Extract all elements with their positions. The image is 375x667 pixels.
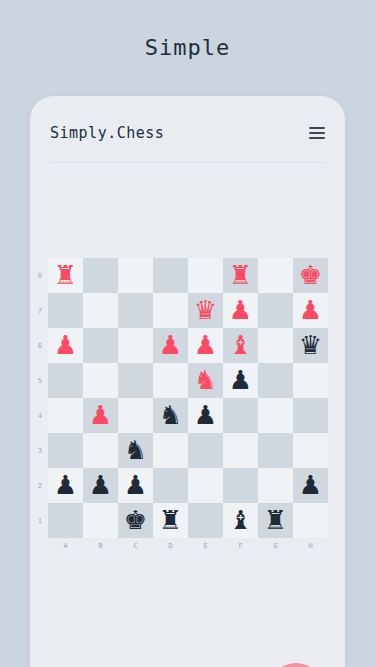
file-label-c: C (118, 542, 153, 550)
square-d4[interactable]: ♞ (153, 398, 188, 433)
square-g3[interactable] (258, 433, 293, 468)
square-f1[interactable]: ♝ (223, 503, 258, 538)
square-f3[interactable] (223, 433, 258, 468)
square-e7[interactable]: ♛ (188, 293, 223, 328)
square-h4[interactable] (293, 398, 328, 433)
square-e8[interactable] (188, 258, 223, 293)
card-header: Simply.Chess (30, 96, 345, 142)
piece-black-pawn: ♟ (54, 472, 77, 498)
square-f2[interactable] (223, 468, 258, 503)
file-label-e: E (188, 542, 223, 550)
piece-pink-bishop: ♝ (229, 332, 252, 358)
square-f4[interactable] (223, 398, 258, 433)
square-h7[interactable]: ♟ (293, 293, 328, 328)
piece-pink-pawn: ♟ (54, 332, 77, 358)
square-g7[interactable] (258, 293, 293, 328)
square-e4[interactable]: ♟ (188, 398, 223, 433)
rank-labels: 87654321 (30, 258, 48, 538)
piece-black-queen: ♛ (299, 332, 322, 358)
app-title: Simply.Chess (50, 124, 164, 142)
rank-label-4: 4 (30, 398, 48, 433)
square-c4[interactable] (118, 398, 153, 433)
square-e6[interactable]: ♟ (188, 328, 223, 363)
piece-black-pawn: ♟ (229, 367, 252, 393)
square-e5[interactable]: ♞ (188, 363, 223, 398)
square-f5[interactable]: ♟ (223, 363, 258, 398)
square-c8[interactable] (118, 258, 153, 293)
rank-label-5: 5 (30, 363, 48, 398)
square-d2[interactable] (153, 468, 188, 503)
piece-black-pawn: ♟ (299, 472, 322, 498)
game-card: Simply.Chess 87654321 ♜♜♚♛♟♟♟♟♟♝♛♞♟♟♞♟♞♟… (30, 96, 345, 667)
square-d7[interactable] (153, 293, 188, 328)
header-divider (50, 162, 325, 163)
piece-black-pawn: ♟ (89, 472, 112, 498)
chess-board-block: 87654321 ♜♜♚♛♟♟♟♟♟♝♛♞♟♟♞♟♞♟♟♟♟♚♜♝♜ (30, 258, 328, 538)
file-label-g: G (258, 542, 293, 550)
rank-label-2: 2 (30, 468, 48, 503)
file-label-h: H (293, 542, 328, 550)
square-a4[interactable] (48, 398, 83, 433)
file-label-a: A (48, 542, 83, 550)
square-f6[interactable]: ♝ (223, 328, 258, 363)
piece-pink-pawn: ♟ (299, 297, 322, 323)
piece-pink-knight: ♞ (194, 367, 217, 393)
rank-label-6: 6 (30, 328, 48, 363)
square-a7[interactable] (48, 293, 83, 328)
file-label-d: D (153, 542, 188, 550)
square-b3[interactable] (83, 433, 118, 468)
piece-black-pawn: ♟ (124, 472, 147, 498)
square-b8[interactable] (83, 258, 118, 293)
piece-pink-pawn: ♟ (194, 332, 217, 358)
square-e1[interactable] (188, 503, 223, 538)
file-label-b: B (83, 542, 118, 550)
piece-pink-king: ♚ (299, 262, 322, 288)
square-c2[interactable]: ♟ (118, 468, 153, 503)
chess-board: ♜♜♚♛♟♟♟♟♟♝♛♞♟♟♞♟♞♟♟♟♟♚♜♝♜ (48, 258, 328, 538)
square-b5[interactable] (83, 363, 118, 398)
square-b2[interactable]: ♟ (83, 468, 118, 503)
page-title: Simple (0, 0, 375, 60)
hamburger-menu-icon[interactable] (309, 127, 325, 139)
piece-pink-pawn: ♟ (229, 297, 252, 323)
square-g2[interactable] (258, 468, 293, 503)
piece-pink-pawn: ♟ (159, 332, 182, 358)
square-g8[interactable] (258, 258, 293, 293)
square-d1[interactable]: ♜ (153, 503, 188, 538)
square-a2[interactable]: ♟ (48, 468, 83, 503)
square-h8[interactable]: ♚ (293, 258, 328, 293)
piece-black-rook: ♜ (159, 507, 182, 533)
square-d5[interactable] (153, 363, 188, 398)
square-b6[interactable] (83, 328, 118, 363)
square-d8[interactable] (153, 258, 188, 293)
square-c1[interactable]: ♚ (118, 503, 153, 538)
square-h5[interactable] (293, 363, 328, 398)
piece-pink-pawn: ♟ (89, 402, 112, 428)
square-a1[interactable] (48, 503, 83, 538)
square-h2[interactable]: ♟ (293, 468, 328, 503)
square-c5[interactable] (118, 363, 153, 398)
square-e2[interactable] (188, 468, 223, 503)
square-d6[interactable]: ♟ (153, 328, 188, 363)
square-e3[interactable] (188, 433, 223, 468)
piece-black-knight: ♞ (159, 402, 182, 428)
square-b1[interactable] (83, 503, 118, 538)
piece-black-king: ♚ (124, 507, 147, 533)
square-f8[interactable]: ♜ (223, 258, 258, 293)
square-c6[interactable] (118, 328, 153, 363)
square-h6[interactable]: ♛ (293, 328, 328, 363)
rank-label-7: 7 (30, 293, 48, 328)
square-f7[interactable]: ♟ (223, 293, 258, 328)
square-a8[interactable]: ♜ (48, 258, 83, 293)
piece-black-rook: ♜ (264, 507, 287, 533)
piece-black-bishop: ♝ (229, 507, 252, 533)
square-c7[interactable] (118, 293, 153, 328)
square-a6[interactable]: ♟ (48, 328, 83, 363)
piece-pink-rook: ♜ (229, 262, 252, 288)
piece-pink-rook: ♜ (54, 262, 77, 288)
file-label-f: F (223, 542, 258, 550)
square-g6[interactable] (258, 328, 293, 363)
rank-label-3: 3 (30, 433, 48, 468)
square-a5[interactable] (48, 363, 83, 398)
square-d3[interactable] (153, 433, 188, 468)
square-h1[interactable] (293, 503, 328, 538)
square-c3[interactable]: ♞ (118, 433, 153, 468)
piece-black-pawn: ♟ (194, 402, 217, 428)
square-b4[interactable]: ♟ (83, 398, 118, 433)
square-g5[interactable] (258, 363, 293, 398)
square-a3[interactable] (48, 433, 83, 468)
rank-label-8: 8 (30, 258, 48, 293)
square-b7[interactable] (83, 293, 118, 328)
file-labels: ABCDEFGH (48, 542, 328, 550)
piece-pink-queen: ♛ (194, 297, 217, 323)
square-g1[interactable]: ♜ (258, 503, 293, 538)
rank-label-1: 1 (30, 503, 48, 538)
square-h3[interactable] (293, 433, 328, 468)
piece-black-knight: ♞ (124, 437, 147, 463)
square-g4[interactable] (258, 398, 293, 433)
